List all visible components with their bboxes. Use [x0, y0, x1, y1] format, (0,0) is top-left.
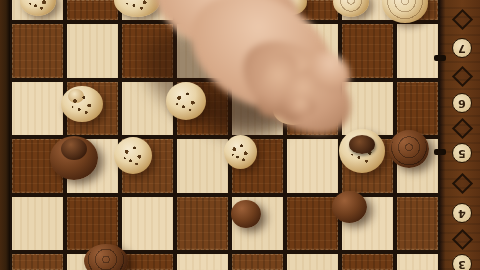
chess-board-photo: 76543: [0, 0, 480, 270]
player-hand: [0, 0, 480, 270]
fingertip: [289, 96, 315, 116]
